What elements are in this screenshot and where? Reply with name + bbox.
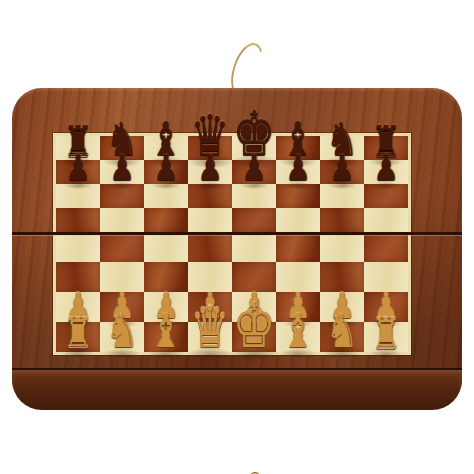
white-queen-d1[interactable]: ♛	[190, 299, 229, 355]
square-f5[interactable]	[276, 208, 320, 232]
white-knight-g1[interactable]: ♞	[326, 309, 358, 355]
square-g5[interactable]	[320, 208, 364, 232]
black-pawn-c7[interactable]: ♟	[153, 150, 178, 186]
black-pawn-f7[interactable]: ♟	[285, 150, 310, 186]
square-d5[interactable]	[188, 208, 232, 232]
black-pawn-e7[interactable]: ♟	[241, 150, 266, 186]
black-pawn-h7[interactable]: ♟	[373, 150, 398, 186]
square-b4[interactable]	[100, 232, 144, 262]
square-c4[interactable]	[144, 232, 188, 262]
page-background: { "game": "chess", "scene": "Folding woo…	[0, 0, 474, 474]
white-rook-a1[interactable]: ♜	[63, 312, 93, 354]
square-d4[interactable]	[188, 232, 232, 262]
square-e5[interactable]	[232, 208, 276, 232]
black-pawn-a7[interactable]: ♟	[65, 150, 90, 186]
square-c5[interactable]	[144, 208, 188, 232]
black-pawn-d7[interactable]: ♟	[197, 150, 222, 186]
square-h5[interactable]	[364, 208, 408, 232]
white-king-e1[interactable]: ♚	[232, 294, 275, 355]
square-e4[interactable]	[232, 232, 276, 262]
white-bishop-c1[interactable]: ♝	[150, 309, 182, 355]
square-b5[interactable]	[100, 208, 144, 232]
white-bishop-f1[interactable]: ♝	[282, 309, 314, 355]
square-f4[interactable]	[276, 232, 320, 262]
black-pawn-b7[interactable]: ♟	[109, 150, 134, 186]
white-knight-b1[interactable]: ♞	[106, 309, 138, 355]
white-rook-h1[interactable]: ♜	[371, 312, 401, 354]
box-side-face	[12, 368, 462, 410]
square-a5[interactable]	[56, 208, 100, 232]
square-g4[interactable]	[320, 232, 364, 262]
black-pawn-g7[interactable]: ♟	[329, 150, 354, 186]
fold-seam	[12, 232, 462, 235]
square-a4[interactable]	[56, 232, 100, 262]
square-h4[interactable]	[364, 232, 408, 262]
